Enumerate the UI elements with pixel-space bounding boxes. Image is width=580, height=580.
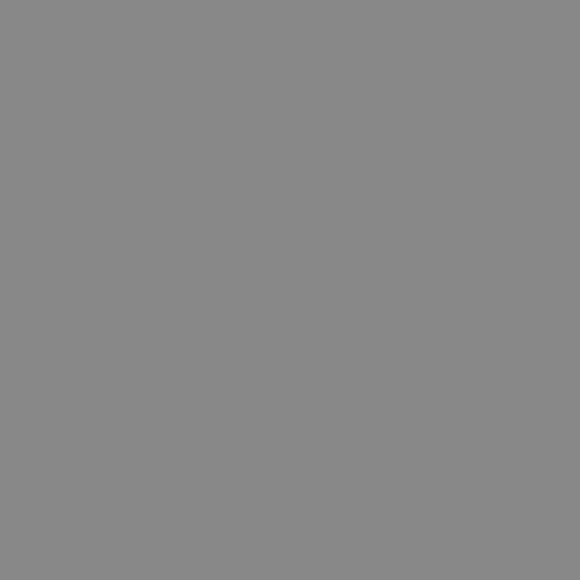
go-board[interactable] [0,0,580,580]
